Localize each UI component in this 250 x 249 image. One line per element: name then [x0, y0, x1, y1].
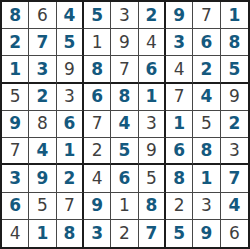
cell-r7c8[interactable]: 1 — [193, 165, 220, 192]
cell-r5c4[interactable]: 7 — [84, 111, 111, 138]
cell-r2c1[interactable]: 2 — [2, 29, 29, 56]
cell-r3c1[interactable]: 1 — [2, 56, 29, 83]
cell-r9c6[interactable]: 7 — [139, 220, 166, 247]
cell-r9c5[interactable]: 2 — [111, 220, 138, 247]
cell-r6c8[interactable]: 8 — [193, 138, 220, 165]
cell-r1c1[interactable]: 8 — [2, 2, 29, 29]
cell-r8c6[interactable]: 8 — [139, 193, 166, 220]
cell-r6c4[interactable]: 2 — [84, 138, 111, 165]
cell-r4c7[interactable]: 7 — [166, 84, 193, 111]
cell-r7c9[interactable]: 7 — [221, 165, 248, 192]
cell-r6c5[interactable]: 5 — [111, 138, 138, 165]
cell-r6c2[interactable]: 4 — [29, 138, 56, 165]
cell-r5c1[interactable]: 9 — [2, 111, 29, 138]
cell-r3c3[interactable]: 9 — [57, 56, 84, 83]
cell-r6c6[interactable]: 9 — [139, 138, 166, 165]
cell-r1c2[interactable]: 6 — [29, 2, 56, 29]
cell-r9c8[interactable]: 9 — [193, 220, 220, 247]
cell-r9c9[interactable]: 6 — [221, 220, 248, 247]
cell-r5c8[interactable]: 5 — [193, 111, 220, 138]
cell-r4c9[interactable]: 9 — [221, 84, 248, 111]
cell-r9c2[interactable]: 1 — [29, 220, 56, 247]
cell-r1c3[interactable]: 4 — [57, 2, 84, 29]
cell-r6c7[interactable]: 6 — [166, 138, 193, 165]
cell-r4c5[interactable]: 8 — [111, 84, 138, 111]
cell-r2c4[interactable]: 1 — [84, 29, 111, 56]
cell-r5c5[interactable]: 4 — [111, 111, 138, 138]
cell-r8c2[interactable]: 5 — [29, 193, 56, 220]
cell-r1c7[interactable]: 9 — [166, 2, 193, 29]
cell-r6c9[interactable]: 3 — [221, 138, 248, 165]
cell-r1c4[interactable]: 5 — [84, 2, 111, 29]
cell-r7c4[interactable]: 4 — [84, 165, 111, 192]
cell-r8c1[interactable]: 6 — [2, 193, 29, 220]
cell-r1c5[interactable]: 3 — [111, 2, 138, 29]
cell-r9c7[interactable]: 5 — [166, 220, 193, 247]
cell-r8c9[interactable]: 4 — [221, 193, 248, 220]
cell-r4c1[interactable]: 5 — [2, 84, 29, 111]
cell-r7c5[interactable]: 6 — [111, 165, 138, 192]
cell-r9c4[interactable]: 3 — [84, 220, 111, 247]
cell-r2c2[interactable]: 7 — [29, 29, 56, 56]
cell-r6c1[interactable]: 7 — [2, 138, 29, 165]
cell-r9c1[interactable]: 4 — [2, 220, 29, 247]
cell-r8c3[interactable]: 7 — [57, 193, 84, 220]
cell-r6c3[interactable]: 1 — [57, 138, 84, 165]
cell-r3c5[interactable]: 7 — [111, 56, 138, 83]
cell-r5c9[interactable]: 2 — [221, 111, 248, 138]
cell-r3c2[interactable]: 3 — [29, 56, 56, 83]
cell-r4c8[interactable]: 4 — [193, 84, 220, 111]
cell-r5c6[interactable]: 3 — [139, 111, 166, 138]
cell-r3c8[interactable]: 2 — [193, 56, 220, 83]
cell-r1c8[interactable]: 7 — [193, 2, 220, 29]
cell-r7c2[interactable]: 9 — [29, 165, 56, 192]
cell-r7c6[interactable]: 5 — [139, 165, 166, 192]
cell-r4c4[interactable]: 6 — [84, 84, 111, 111]
cell-r1c9[interactable]: 1 — [221, 2, 248, 29]
cell-r3c4[interactable]: 8 — [84, 56, 111, 83]
cell-r2c7[interactable]: 3 — [166, 29, 193, 56]
cell-r4c3[interactable]: 3 — [57, 84, 84, 111]
sudoku-board: 8645329712751943681398764255236817499867… — [0, 0, 250, 249]
cell-r8c4[interactable]: 9 — [84, 193, 111, 220]
cell-r2c9[interactable]: 8 — [221, 29, 248, 56]
cell-r3c7[interactable]: 4 — [166, 56, 193, 83]
cell-r9c3[interactable]: 8 — [57, 220, 84, 247]
cell-r2c5[interactable]: 9 — [111, 29, 138, 56]
cell-r4c2[interactable]: 2 — [29, 84, 56, 111]
cell-r7c3[interactable]: 2 — [57, 165, 84, 192]
cell-r8c7[interactable]: 2 — [166, 193, 193, 220]
cell-r4c6[interactable]: 1 — [139, 84, 166, 111]
cell-r3c9[interactable]: 5 — [221, 56, 248, 83]
cell-r2c3[interactable]: 5 — [57, 29, 84, 56]
cell-r1c6[interactable]: 2 — [139, 2, 166, 29]
cell-r5c2[interactable]: 8 — [29, 111, 56, 138]
cell-r5c7[interactable]: 1 — [166, 111, 193, 138]
cell-r5c3[interactable]: 6 — [57, 111, 84, 138]
cell-r7c7[interactable]: 8 — [166, 165, 193, 192]
cell-r8c8[interactable]: 3 — [193, 193, 220, 220]
cell-r3c6[interactable]: 6 — [139, 56, 166, 83]
cell-r2c8[interactable]: 6 — [193, 29, 220, 56]
cell-r8c5[interactable]: 1 — [111, 193, 138, 220]
cell-r7c1[interactable]: 3 — [2, 165, 29, 192]
cell-r2c6[interactable]: 4 — [139, 29, 166, 56]
